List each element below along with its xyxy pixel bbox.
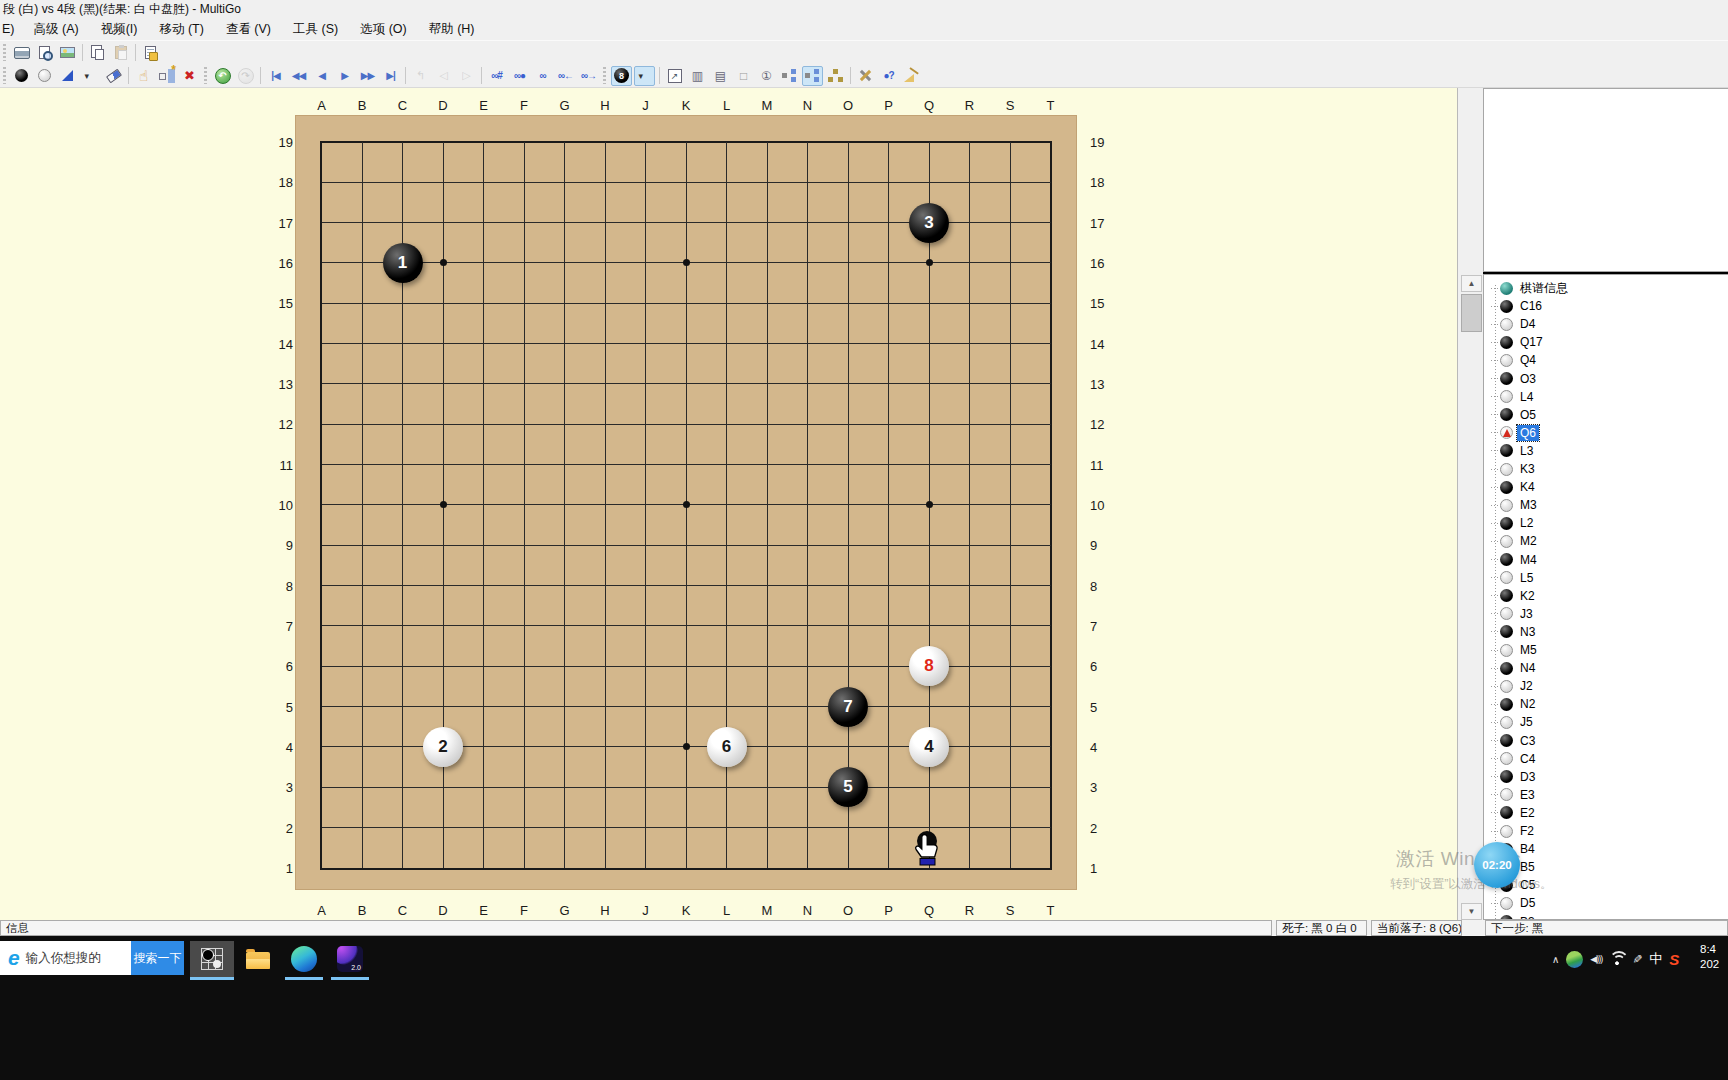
go-last-button[interactable]: ▶| [380,66,401,86]
menu-item-2[interactable]: 视频(I) [90,18,149,40]
col-label-bottom-H: H [595,903,615,918]
black-stone-icon [1500,625,1513,638]
row-label-left-15: 15 [263,296,293,311]
tree-scroll-down-button[interactable]: ▼ [1461,903,1482,920]
print-preview-button[interactable] [34,43,55,63]
tree-node-N2[interactable]: N2 [1484,695,1538,713]
tree-stub [1491,577,1500,578]
tree-node-label[interactable]: K2 [1517,588,1538,604]
taskbar-explorer-button[interactable] [236,941,280,977]
multigo-window: 段 (白) vs 4段 (黑)(结果: 白 中盘胜) - MultiGo E)高… [0,0,1728,1080]
grid-line-vertical [767,142,768,868]
tree-stub [1491,668,1500,669]
tree-stub [1491,631,1500,632]
row-label-right-15: 15 [1090,296,1120,311]
history-forward-button: ↷ [235,66,256,86]
activate-windows-watermark-sub: 转到“设置”以激活 Windows。 [1390,876,1553,893]
tree-node-O5[interactable]: O5 [1484,406,1539,424]
stone-number: 2 [438,737,447,757]
tray-expand-icon[interactable]: ∧ [1552,954,1559,965]
find-current-button[interactable]: ∞● [509,66,530,86]
tree-node-label[interactable]: E2 [1517,805,1538,821]
row-label-left-5: 5 [263,700,293,715]
layout-single-button-glyph: □ [740,69,747,83]
stone-O5: 7 [828,687,868,727]
menu-item-4[interactable]: 查看 (V) [215,18,282,40]
row-label-left-9: 9 [263,538,293,553]
row-label-right-17: 17 [1090,216,1120,231]
status-current-move: 当前落子: 8 (Q6) [1371,920,1462,936]
volume-icon[interactable]: ◀))) [1590,954,1602,964]
tree-node-label[interactable]: O3 [1517,371,1539,387]
layout-split-horizontal-button[interactable]: ▤ [710,66,731,86]
col-label-bottom-S: S [1000,903,1020,918]
tree-node-K3[interactable]: K3 [1484,460,1538,478]
col-label-top-R: R [960,98,980,113]
tree-node-D4[interactable]: D4 [1484,315,1538,333]
tree-node-N3[interactable]: N3 [1484,623,1538,641]
copy-button[interactable] [87,43,108,63]
tree-scroll-thumb[interactable] [1461,294,1482,332]
ie-icon: e [8,946,20,970]
tree-node-Q4[interactable]: Q4 [1484,351,1539,369]
tree-stub [1491,758,1500,759]
black-stone-icon [1500,553,1513,566]
white-stone-icon [1500,752,1513,765]
history-back-button[interactable]: ↶ [212,66,233,86]
tree-node-label[interactable]: L3 [1517,443,1536,459]
move-numbers-toggle[interactable]: 8 [611,66,632,86]
capture-running-indicator [331,977,369,980]
grid-line-horizontal [322,827,1051,828]
tree-node-label[interactable]: Q17 [1517,334,1546,350]
layout-split-vertical-button[interactable]: ▥ [687,66,708,86]
black-stone-icon [1500,300,1513,313]
find-prev-button[interactable]: ∞← [555,66,576,86]
taskbar-clock[interactable]: 8:4 202 [1700,942,1728,972]
row-label-left-13: 13 [263,377,293,392]
taskbar-capture-app-button[interactable]: 2.0 [328,941,372,977]
tree-stub [1491,288,1500,289]
stone-number: 4 [924,737,933,757]
row-label-left-1: 1 [263,861,293,876]
multigo-icon [201,948,223,970]
white-stone-icon [1500,535,1513,548]
taskbar-edge-button[interactable] [282,941,326,977]
col-label-bottom-D: D [433,903,453,918]
tree-stub [1491,740,1500,741]
edge-running-indicator [285,977,323,980]
tray-expand-icon-glyph: ∧ [1552,954,1559,965]
tree-node-D5[interactable]: D5 [1484,894,1538,912]
col-label-top-C: C [393,98,413,113]
tree-node-label[interactable]: 棋谱信息 [1517,279,1571,298]
col-label-top-F: F [514,98,534,113]
col-label-top-E: E [474,98,494,113]
export-image-button[interactable] [57,43,78,63]
row-label-left-6: 6 [263,659,293,674]
up-level-button: ↰ [410,66,431,86]
row-label-left-8: 8 [263,579,293,594]
col-label-top-D: D [433,98,453,113]
tree-node-label[interactable]: N3 [1517,624,1538,640]
row-label-left-10: 10 [263,498,293,513]
grid-line-vertical [969,142,970,868]
next-move-button[interactable]: ▶ [334,66,355,86]
tree-node-label[interactable]: N2 [1517,696,1538,712]
prev-move-button[interactable]: ◀ [311,66,332,86]
taskbar-search-text: 输入你想搜的 [26,950,101,967]
col-label-bottom-L: L [717,903,737,918]
white-stone-icon [1500,680,1513,693]
col-label-top-H: H [595,98,615,113]
white-stone-icon [1500,463,1513,476]
stone-number: 6 [722,737,731,757]
sep [128,67,129,84]
move-numbers-dropdown[interactable]: ▾ [634,66,655,86]
stone-Q17: 3 [909,203,949,243]
go-first-button-glyph: |◀ [271,70,280,81]
col-label-bottom-G: G [555,903,575,918]
tree-node-label[interactable]: Q6 [1517,425,1539,441]
tree-stub [1491,342,1500,343]
tree-node-label[interactable]: Q4 [1517,352,1539,368]
find-prev-button-glyph: ∞← [558,70,573,81]
col-label-top-L: L [717,98,737,113]
guess-move-button[interactable]: ●? [878,66,899,86]
tree-node-J5[interactable]: J5 [1484,713,1536,731]
add-node-tool[interactable] [156,66,177,86]
capture-app-icon: 2.0 [337,946,363,972]
col-label-bottom-R: R [960,903,980,918]
tree-node-label[interactable]: E3 [1517,787,1538,803]
grip [603,67,606,84]
go-first-button[interactable]: |◀ [265,66,286,86]
ime-indicator[interactable]: 中 [1649,950,1662,968]
sep [135,44,136,61]
tree-auto-button-glyph [805,69,820,82]
col-label-top-T: T [1041,98,1061,113]
tree-node-E3[interactable]: E3 [1484,786,1538,804]
tree-node-label[interactable]: K4 [1517,479,1538,495]
row-label-left-12: 12 [263,417,293,432]
row-label-right-12: 12 [1090,417,1120,432]
grid-line-vertical [1010,142,1011,868]
white-stone-icon [1500,897,1513,910]
stone-number: 1 [398,253,407,273]
menu-item-3[interactable]: 移动 (T) [148,18,214,40]
sep [850,67,851,84]
white-stone-icon [1500,318,1513,331]
tree-node-K2[interactable]: K2 [1484,587,1538,605]
tree-node-label[interactable]: M2 [1517,533,1540,549]
tree-node-label[interactable]: M3 [1517,497,1540,513]
game-assistant-icon-glyph [1566,951,1583,968]
white-stone-tool[interactable] [34,66,55,86]
tree-node-M2[interactable]: M2 [1484,532,1540,550]
move-tree-pane: 棋谱信息C16D4Q17Q4O3L4O5Q6L3K3K4M3L2M2M4L5K2… [1483,274,1728,920]
tree-node-label[interactable]: M5 [1517,642,1540,658]
system-tray: ∧◀)))✎中S [1552,941,1679,977]
menu-item-1[interactable]: 高级 (A) [23,18,90,40]
tree-node-game-info[interactable]: 棋谱信息 [1484,279,1571,297]
grid-line-horizontal [322,706,1051,707]
prev-variation-button-glyph: ◁ [439,69,447,82]
game-info-icon [1500,282,1513,295]
tree-node-label[interactable]: J3 [1517,606,1536,622]
tree-node-M3[interactable]: M3 [1484,496,1540,514]
menu-item-5[interactable]: 工具 (S) [282,18,349,40]
sep [260,67,261,84]
eraser-tool-glyph [105,68,121,83]
timer-bubble[interactable]: 02:20 [1474,842,1520,888]
open-new-window-button-glyph: ↗ [668,69,682,83]
pan-tool-glyph: ☝ [139,67,148,85]
tree-node-label[interactable]: L5 [1517,570,1536,586]
row-label-right-3: 3 [1090,780,1120,795]
tree-stub [1491,812,1500,813]
tree-node-J2[interactable]: J2 [1484,677,1536,695]
taskbar-search-input[interactable]: e 输入你想搜的 [0,941,131,975]
tree-view-button[interactable] [779,66,800,86]
mark-tool-glyph [62,70,73,81]
game-info-pane [1483,88,1728,272]
find-next-button[interactable]: ∞→ [578,66,599,86]
game-assistant-icon[interactable] [1566,951,1583,968]
layout-split-horizontal-button-glyph: ▤ [715,69,726,83]
tree-node-label[interactable]: N4 [1517,660,1538,676]
row-label-left-11: 11 [263,458,293,473]
edge-icon [291,946,317,972]
clock-date: 202 [1700,957,1728,972]
menu-item-7[interactable]: 帮助 (H) [418,18,486,40]
fast-rewind-button-glyph: ◀◀ [292,70,305,81]
tree-stub [1491,776,1500,777]
black-stone-icon [1500,589,1513,602]
paste-button-glyph [115,46,127,59]
tree-auto-button[interactable] [802,66,823,86]
tree-node-E2[interactable]: E2 [1484,804,1538,822]
tree-stub [1491,541,1500,542]
tree-stub [1491,704,1500,705]
multigo-active-indicator [190,977,234,980]
white-stone-icon [1500,390,1513,403]
grip [3,44,6,61]
row-label-left-19: 19 [263,135,293,150]
tree-node-label[interactable]: D3 [1517,769,1538,785]
go-last-button-glyph: ▶| [386,70,395,81]
tree-node-label[interactable]: L4 [1517,389,1536,405]
tree-node-D3[interactable]: D3 [1484,768,1538,786]
tree-node-O3[interactable]: O3 [1484,370,1539,388]
game-info-button[interactable] [140,43,161,63]
find-button[interactable]: ∞ [532,66,553,86]
tree-stub [1491,595,1500,596]
delete-node-tool[interactable]: ✖ [179,66,200,86]
grid-line-vertical [848,142,849,868]
move-numbers-dropdown-glyph: ▾ [639,71,651,81]
tree-node-M5[interactable]: M5 [1484,641,1540,659]
current-move-icon [1500,426,1513,439]
tree-stub [1491,432,1500,433]
black-stone-tool[interactable] [11,66,32,86]
find-setup-button-glyph: ∞# [491,70,502,81]
tree-stub [1491,794,1500,795]
col-label-bottom-F: F [514,903,534,918]
guess-move-button-glyph: ●? [883,70,893,81]
print-button[interactable] [11,43,32,63]
pane-splitter[interactable] [1457,88,1483,920]
pen-input-icon[interactable]: ✎ [1632,952,1642,966]
tree-stub [1491,613,1500,614]
hand-cursor [912,833,942,867]
row-label-right-10: 10 [1090,498,1120,513]
tree-stub [1491,505,1500,506]
add-node-tool-glyph [159,69,174,82]
tree-node-M4[interactable]: M4 [1484,551,1540,569]
stone-D4: 2 [423,727,463,767]
preferences-button-glyph [858,68,873,83]
tree-node-L5[interactable]: L5 [1484,569,1536,587]
tree-stub [1491,306,1500,307]
taskbar: e 输入你想搜的 搜索一下 2.0 ∧◀)))✎中S 8:4 202 [0,936,1728,1080]
row-label-left-7: 7 [263,619,293,634]
eraser-tool[interactable] [103,66,124,86]
pen-input-icon-glyph: ✎ [1630,954,1644,964]
tree-node-label[interactable]: C3 [1517,733,1538,749]
tree-stub [1491,487,1500,488]
tree-node-K4[interactable]: K4 [1484,478,1538,496]
tree-node-label[interactable]: D4 [1517,316,1538,332]
status-message: 信息 [0,920,1272,936]
mark-dropdown[interactable]: ▾ [80,66,101,86]
fast-forward-button[interactable]: ▶▶ [357,66,378,86]
tree-node-L2[interactable]: L2 [1484,514,1536,532]
prev-move-button-glyph: ◀ [318,70,325,81]
tree-node-label[interactable]: J2 [1517,678,1536,694]
window-title: 段 (白) vs 4段 (黑)(结果: 白 中盘胜) - MultiGo [3,2,241,16]
tree-stub [1491,396,1500,397]
tree-stub [1491,903,1500,904]
delete-node-tool-glyph: ✖ [184,68,195,83]
stone-Q4: 4 [909,727,949,767]
black-stone-icon [1500,770,1513,783]
tree-node-Q17[interactable]: Q17 [1484,333,1546,351]
tree-node-F2[interactable]: F2 [1484,822,1537,840]
mark-tool[interactable] [57,66,78,86]
tree-node-label[interactable]: L2 [1517,515,1536,531]
row-label-left-16: 16 [263,256,293,271]
find-button-glyph: ∞ [539,70,545,81]
tree-node-label[interactable]: F2 [1517,823,1537,839]
row-label-right-19: 19 [1090,135,1120,150]
export-image-button-glyph [60,47,75,58]
col-label-top-J: J [636,98,656,113]
tree-stub [1491,722,1500,723]
history-back-button-glyph: ↶ [215,68,231,84]
layout-single-button[interactable]: □ [733,66,754,86]
grid-line-vertical [888,142,889,868]
black-stone-icon [1500,517,1513,530]
grid-line-horizontal [322,545,1051,546]
fast-rewind-button[interactable]: ◀◀ [288,66,309,86]
search-go-button[interactable]: 搜索一下 [131,941,184,975]
row-label-right-7: 7 [1090,619,1120,634]
black-stone-icon [1500,372,1513,385]
tree-stub [1491,686,1500,687]
tree-node-C3[interactable]: C3 [1484,732,1538,750]
col-label-top-N: N [798,98,818,113]
tree-org-button-glyph [828,69,843,82]
edit-navigation-toolbar: ▾☝✖↶↷|◀◀◀◀▶▶▶▶|↰◁▷∞#∞●∞∞←∞→8▾↗▥▤□①●? [0,64,1728,88]
find-next-button-glyph: ∞→ [581,70,596,81]
find-setup-button[interactable]: ∞# [486,66,507,86]
white-stone-icon [1500,499,1513,512]
col-label-top-B: B [352,98,372,113]
sogou-input-icon[interactable]: S [1669,951,1679,968]
white-stone-tool-glyph [38,69,51,82]
tree-org-button[interactable] [825,66,846,86]
tree-node-J3[interactable]: J3 [1484,605,1536,623]
row-label-right-9: 9 [1090,538,1120,553]
open-new-window-button[interactable]: ↗ [664,66,685,86]
tree-stub [1491,324,1500,325]
tree-node-label[interactable]: C4 [1517,751,1538,767]
tree-node-C4[interactable]: C4 [1484,750,1538,768]
col-label-top-O: O [838,98,858,113]
black-stone-icon [1500,444,1513,457]
clean-button[interactable] [901,66,922,86]
col-label-bottom-B: B [352,903,372,918]
number-from-one-button-glyph: ① [761,69,772,83]
tree-node-label[interactable]: J5 [1517,714,1536,730]
print-preview-button-glyph [39,46,50,59]
tree-node-N4[interactable]: N4 [1484,659,1538,677]
tree-stub [1491,650,1500,651]
sogou-input-icon-glyph: S [1669,951,1679,968]
pan-tool[interactable]: ☝ [133,66,154,86]
row-label-left-17: 17 [263,216,293,231]
row-label-right-4: 4 [1090,740,1120,755]
history-forward-button-glyph: ↷ [238,68,254,84]
tree-scroll-up-button[interactable]: ▲ [1461,275,1482,292]
tree-node-label[interactable]: O5 [1517,407,1539,423]
tree-node-Q6[interactable]: Q6 [1484,424,1539,442]
grid-line-horizontal [322,625,1051,626]
preferences-button[interactable] [855,66,876,86]
white-stone-icon [1500,825,1513,838]
tree-node-label[interactable]: K3 [1517,461,1538,477]
tree-node-label[interactable]: D5 [1517,895,1538,911]
tree-stub [1491,831,1500,832]
tree-node-B3[interactable]: B3 [1484,913,1538,921]
number-from-one-button[interactable]: ① [756,66,777,86]
menu-item-0[interactable]: E) [0,18,23,40]
network-icon[interactable] [1609,953,1625,965]
stone-number: 5 [843,777,852,797]
grid-line-horizontal [322,585,1051,586]
tree-node-L4[interactable]: L4 [1484,388,1536,406]
tree-node-C16[interactable]: C16 [1484,297,1545,315]
tree-node-L3[interactable]: L3 [1484,442,1536,460]
tree-stub [1491,378,1500,379]
taskbar-multigo-button[interactable] [190,941,234,977]
grip [204,67,207,84]
tree-node-label[interactable]: M4 [1517,552,1540,568]
tree-node-label[interactable]: C16 [1517,298,1545,314]
col-label-bottom-T: T [1041,903,1061,918]
menu-item-6[interactable]: 选项 (O) [349,18,418,40]
